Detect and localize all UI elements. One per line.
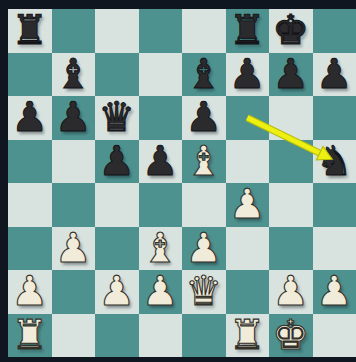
white-pawn[interactable]: ♟	[142, 270, 179, 314]
square-e6[interactable]: ♟	[182, 96, 226, 140]
white-pawn[interactable]: ♟	[316, 270, 353, 314]
square-c5[interactable]: ♟	[95, 140, 139, 184]
square-f8[interactable]: ♜	[226, 9, 270, 53]
chess-board: ♜♜♚♝♝♟♟♟♟♟♛♟♟♟♝♞♟♟♝♟♟♟♟♛♟♟♜♜♚	[8, 9, 356, 357]
black-bishop[interactable]: ♝	[185, 53, 222, 97]
square-f2[interactable]	[226, 270, 270, 314]
square-h4[interactable]	[313, 183, 356, 227]
square-g4[interactable]	[269, 183, 313, 227]
square-f1[interactable]: ♜	[226, 314, 270, 358]
square-g7[interactable]: ♟	[269, 53, 313, 97]
square-f3[interactable]	[226, 227, 270, 271]
square-b4[interactable]	[52, 183, 96, 227]
square-f6[interactable]	[226, 96, 270, 140]
black-pawn[interactable]: ♟	[229, 53, 266, 97]
black-queen[interactable]: ♛	[98, 96, 135, 140]
square-a1[interactable]: ♜	[8, 314, 52, 358]
square-e1[interactable]	[182, 314, 226, 358]
white-pawn[interactable]: ♟	[185, 227, 222, 271]
square-d1[interactable]	[139, 314, 183, 358]
square-g2[interactable]: ♟	[269, 270, 313, 314]
black-rook[interactable]: ♜	[229, 9, 266, 53]
square-d8[interactable]	[139, 9, 183, 53]
black-rook[interactable]: ♜	[11, 9, 48, 53]
square-d4[interactable]	[139, 183, 183, 227]
black-king[interactable]: ♚	[272, 9, 309, 53]
square-b6[interactable]: ♟	[52, 96, 96, 140]
square-h6[interactable]	[313, 96, 356, 140]
white-rook[interactable]: ♜	[11, 314, 48, 358]
square-b7[interactable]: ♝	[52, 53, 96, 97]
square-c4[interactable]	[95, 183, 139, 227]
square-b8[interactable]	[52, 9, 96, 53]
square-c8[interactable]	[95, 9, 139, 53]
black-bishop[interactable]: ♝	[55, 53, 92, 97]
white-pawn[interactable]: ♟	[11, 270, 48, 314]
square-g8[interactable]: ♚	[269, 9, 313, 53]
square-g6[interactable]	[269, 96, 313, 140]
square-f5[interactable]	[226, 140, 270, 184]
black-pawn[interactable]: ♟	[55, 96, 92, 140]
black-pawn[interactable]: ♟	[185, 96, 222, 140]
square-d7[interactable]	[139, 53, 183, 97]
square-d2[interactable]: ♟	[139, 270, 183, 314]
white-queen[interactable]: ♛	[185, 270, 222, 314]
square-g1[interactable]: ♚	[269, 314, 313, 358]
square-c3[interactable]	[95, 227, 139, 271]
square-f4[interactable]: ♟	[226, 183, 270, 227]
square-g3[interactable]	[269, 227, 313, 271]
black-pawn[interactable]: ♟	[316, 53, 353, 97]
square-b2[interactable]	[52, 270, 96, 314]
black-pawn[interactable]: ♟	[98, 140, 135, 184]
black-pawn[interactable]: ♟	[142, 140, 179, 184]
square-e3[interactable]: ♟	[182, 227, 226, 271]
square-c7[interactable]	[95, 53, 139, 97]
white-king[interactable]: ♚	[272, 314, 309, 358]
square-h8[interactable]	[313, 9, 356, 53]
chess-board-frame: ♜♜♚♝♝♟♟♟♟♟♛♟♟♟♝♞♟♟♝♟♟♟♟♛♟♟♜♜♚	[0, 0, 356, 362]
white-pawn[interactable]: ♟	[98, 270, 135, 314]
white-pawn[interactable]: ♟	[229, 183, 266, 227]
square-b3[interactable]: ♟	[52, 227, 96, 271]
white-pawn[interactable]: ♟	[55, 227, 92, 271]
square-a8[interactable]: ♜	[8, 9, 52, 53]
square-a5[interactable]	[8, 140, 52, 184]
square-d3[interactable]: ♝	[139, 227, 183, 271]
square-d5[interactable]: ♟	[139, 140, 183, 184]
square-c6[interactable]: ♛	[95, 96, 139, 140]
black-pawn[interactable]: ♟	[272, 53, 309, 97]
square-e5[interactable]: ♝	[182, 140, 226, 184]
square-h5[interactable]: ♞	[313, 140, 356, 184]
square-h3[interactable]	[313, 227, 356, 271]
square-b5[interactable]	[52, 140, 96, 184]
square-a3[interactable]	[8, 227, 52, 271]
square-e8[interactable]	[182, 9, 226, 53]
square-d6[interactable]	[139, 96, 183, 140]
white-bishop[interactable]: ♝	[142, 227, 179, 271]
square-h7[interactable]: ♟	[313, 53, 356, 97]
white-rook[interactable]: ♜	[229, 314, 266, 358]
white-pawn[interactable]: ♟	[272, 270, 309, 314]
square-b1[interactable]	[52, 314, 96, 358]
square-a2[interactable]: ♟	[8, 270, 52, 314]
square-a7[interactable]	[8, 53, 52, 97]
square-g5[interactable]	[269, 140, 313, 184]
square-c2[interactable]: ♟	[95, 270, 139, 314]
square-e2[interactable]: ♛	[182, 270, 226, 314]
white-bishop[interactable]: ♝	[185, 140, 222, 184]
square-a6[interactable]: ♟	[8, 96, 52, 140]
square-h1[interactable]	[313, 314, 356, 358]
square-a4[interactable]	[8, 183, 52, 227]
square-e4[interactable]	[182, 183, 226, 227]
square-c1[interactable]	[95, 314, 139, 358]
black-pawn[interactable]: ♟	[11, 96, 48, 140]
square-h2[interactable]: ♟	[313, 270, 356, 314]
square-f7[interactable]: ♟	[226, 53, 270, 97]
square-e7[interactable]: ♝	[182, 53, 226, 97]
black-knight[interactable]: ♞	[316, 140, 353, 184]
